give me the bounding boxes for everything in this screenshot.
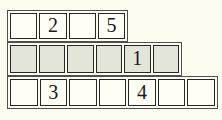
cell-r3c5[interactable]: 4 bbox=[128, 79, 156, 106]
cell-r3c1[interactable] bbox=[10, 79, 38, 106]
cell-r1c4[interactable]: 5 bbox=[98, 13, 125, 39]
cell-r2c2[interactable] bbox=[39, 45, 66, 73]
cell-r3c2[interactable]: 3 bbox=[40, 79, 68, 106]
cell-r1c2[interactable]: 2 bbox=[39, 13, 66, 39]
cell-r3c3[interactable] bbox=[69, 79, 97, 106]
board-row-3: 3 4 bbox=[7, 76, 218, 109]
cell-r2c5[interactable]: 1 bbox=[124, 45, 151, 73]
cell-r3c4[interactable] bbox=[99, 79, 127, 106]
cell-r3c6[interactable] bbox=[158, 79, 186, 106]
board-row-1: 2 5 bbox=[7, 10, 128, 42]
cell-r2c6[interactable] bbox=[153, 45, 180, 73]
cell-r2c4[interactable] bbox=[96, 45, 123, 73]
puzzle-board: 2 5 1 3 4 bbox=[0, 0, 222, 120]
cell-r1c1[interactable] bbox=[10, 13, 37, 39]
cell-r2c1[interactable] bbox=[10, 45, 37, 73]
cell-r1c3[interactable] bbox=[69, 13, 96, 39]
cell-r3c7[interactable] bbox=[187, 79, 215, 106]
cell-r2c3[interactable] bbox=[67, 45, 94, 73]
board-row-2: 1 bbox=[7, 42, 182, 76]
